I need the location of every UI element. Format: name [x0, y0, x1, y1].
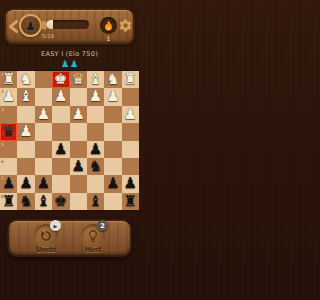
square-h5[interactable]: 5 — [0, 141, 17, 158]
square-f2[interactable] — [35, 88, 52, 105]
lightbulb-icon — [86, 229, 100, 243]
square-a4[interactable] — [122, 123, 139, 140]
square-b4[interactable] — [104, 123, 121, 140]
square-e6[interactable] — [52, 158, 69, 175]
piece-black-bishop: ♝ — [87, 193, 104, 210]
video-ad-icon: ▶ — [54, 223, 58, 229]
square-f1[interactable] — [35, 71, 52, 88]
square-h6[interactable]: 6 — [0, 158, 17, 175]
square-e2[interactable]: ♟ — [52, 88, 69, 105]
square-g7[interactable]: ♟ — [17, 175, 34, 192]
square-c5[interactable]: ♟ — [87, 141, 104, 158]
square-f5[interactable] — [35, 141, 52, 158]
hint-count-badge: 2 — [97, 220, 108, 231]
square-b8[interactable] — [104, 193, 121, 210]
square-a1[interactable]: ♜ — [122, 71, 139, 88]
captured-pawn-icon: ♟ — [70, 59, 78, 69]
piece-black-pawn: ♟ — [70, 158, 87, 175]
square-b5[interactable] — [104, 141, 121, 158]
piece-white-pawn: ♟ — [122, 106, 139, 123]
settings-gear-icon[interactable] — [118, 18, 133, 33]
square-f3[interactable]: ♟ — [35, 106, 52, 123]
piece-black-pawn: ♟ — [0, 175, 17, 192]
piece-white-pawn: ♟ — [70, 106, 87, 123]
square-e3[interactable] — [52, 106, 69, 123]
piece-white-pawn: ♟ — [52, 88, 69, 105]
square-e4[interactable] — [52, 123, 69, 140]
chess-board: 1♜♞♚♛♝♞♜2♟♝♟♟♟3♟♟♟4♛♟5♟♟6♟♞7♟♟♟♟♟8♜♞♝♚♝♜ — [0, 71, 139, 210]
square-c7[interactable] — [87, 175, 104, 192]
square-c4[interactable] — [87, 123, 104, 140]
square-g5[interactable] — [17, 141, 34, 158]
square-d5[interactable] — [70, 141, 87, 158]
square-d7[interactable] — [70, 175, 87, 192]
square-h3[interactable]: 3 — [0, 106, 17, 123]
piece-white-bishop: ♝ — [87, 71, 104, 88]
piece-white-pawn: ♟ — [87, 88, 104, 105]
square-d6[interactable]: ♟ — [70, 158, 87, 175]
square-c2[interactable]: ♟ — [87, 88, 104, 105]
piece-white-rook: ♜ — [0, 71, 17, 88]
rank-label-3: 3 — [1, 107, 4, 112]
square-a8[interactable]: ♜ — [122, 193, 139, 210]
square-g3[interactable] — [17, 106, 34, 123]
piece-white-knight: ♞ — [17, 71, 34, 88]
captured-pawn-icon: ♟ — [61, 59, 69, 69]
square-h2[interactable]: 2♟ — [0, 88, 17, 105]
square-e5[interactable]: ♟ — [52, 141, 69, 158]
piece-white-knight: ♞ — [104, 71, 121, 88]
piece-white-king: ♚ — [52, 71, 69, 88]
piece-white-pawn: ♟ — [0, 88, 17, 105]
piece-black-pawn: ♟ — [17, 175, 34, 192]
square-g8[interactable]: ♞ — [17, 193, 34, 210]
piece-black-pawn: ♟ — [52, 141, 69, 158]
square-b7[interactable]: ♟ — [104, 175, 121, 192]
square-h7[interactable]: 7♟ — [0, 175, 17, 192]
captured-pieces-tray: ♟♟ — [0, 59, 139, 69]
square-a5[interactable] — [122, 141, 139, 158]
square-b1[interactable]: ♞ — [104, 71, 121, 88]
progress-fill — [46, 20, 53, 29]
piece-black-rook: ♜ — [0, 193, 17, 210]
piece-black-pawn: ♟ — [87, 141, 104, 158]
square-e8[interactable]: ♚ — [52, 193, 69, 210]
square-f4[interactable] — [35, 123, 52, 140]
streak-count: 1 — [100, 35, 117, 42]
piece-white-pawn: ♟ — [104, 88, 121, 105]
square-h1[interactable]: 1♜ — [0, 71, 17, 88]
square-b3[interactable] — [104, 106, 121, 123]
back-icon[interactable] — [8, 20, 19, 33]
square-e7[interactable] — [52, 175, 69, 192]
square-f6[interactable] — [35, 158, 52, 175]
piece-black-pawn: ♟ — [104, 175, 121, 192]
square-d8[interactable] — [70, 193, 87, 210]
square-g4[interactable]: ♟ — [17, 123, 34, 140]
square-f7[interactable]: ♟ — [35, 175, 52, 192]
square-d3[interactable]: ♟ — [70, 106, 87, 123]
black-pawn-icon: ♟ — [25, 20, 36, 32]
streak-button[interactable] — [100, 17, 117, 34]
square-a7[interactable]: ♟ — [122, 175, 139, 192]
piece-black-rook: ♜ — [122, 193, 139, 210]
level-progress-bar — [46, 20, 89, 29]
square-e1[interactable]: ♚ — [52, 71, 69, 88]
square-d1[interactable]: ♛ — [70, 71, 87, 88]
square-b2[interactable]: ♟ — [104, 88, 121, 105]
square-a6[interactable] — [122, 158, 139, 175]
piece-white-pawn: ♟ — [35, 106, 52, 123]
watch-ad-badge: ▶ — [50, 220, 61, 231]
square-c3[interactable] — [87, 106, 104, 123]
piece-black-pawn: ♟ — [35, 175, 52, 192]
square-d4[interactable] — [70, 123, 87, 140]
square-g2[interactable]: ♝ — [17, 88, 34, 105]
square-h8[interactable]: 8♜ — [0, 193, 17, 210]
difficulty-label: EASY I (Elo 750) — [0, 50, 139, 58]
piece-black-bishop: ♝ — [35, 193, 52, 210]
square-c8[interactable]: ♝ — [87, 193, 104, 210]
piece-black-king: ♚ — [52, 193, 69, 210]
square-g6[interactable] — [17, 158, 34, 175]
square-c1[interactable]: ♝ — [87, 71, 104, 88]
square-h4[interactable]: 4♛ — [0, 123, 17, 140]
rank-label-5: 5 — [1, 142, 4, 147]
square-c6[interactable]: ♞ — [87, 158, 104, 175]
piece-white-pawn: ♟ — [17, 123, 34, 140]
hint-label: Hint — [73, 246, 113, 254]
piece-white-queen: ♛ — [70, 71, 87, 88]
piece-white-rook: ♜ — [122, 71, 139, 88]
piece-white-bishop: ♝ — [17, 88, 34, 105]
square-d2[interactable] — [70, 88, 87, 105]
piece-black-pawn: ♟ — [122, 175, 139, 192]
piece-black-knight: ♞ — [17, 193, 34, 210]
flame-icon — [104, 20, 113, 32]
undo-arrow-icon — [39, 229, 53, 243]
square-f8[interactable]: ♝ — [35, 193, 52, 210]
piece-black-knight: ♞ — [87, 158, 104, 175]
progress-count: 5/29 — [34, 33, 62, 39]
square-a2[interactable] — [122, 88, 139, 105]
rank-label-6: 6 — [1, 159, 4, 164]
square-g1[interactable]: ♞ — [17, 71, 34, 88]
piece-black-queen: ♛ — [0, 123, 17, 140]
undo-label: Undo — [26, 246, 66, 254]
square-a3[interactable]: ♟ — [122, 106, 139, 123]
square-b6[interactable] — [104, 158, 121, 175]
